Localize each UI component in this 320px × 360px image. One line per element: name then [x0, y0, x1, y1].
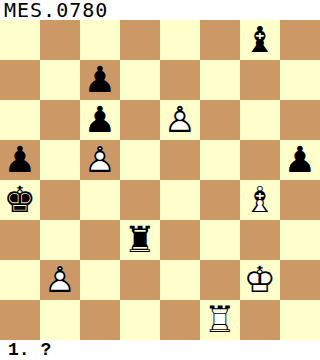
piece-black-pawn: ♟: [0, 140, 40, 180]
square-d3[interactable]: ♜: [120, 220, 160, 260]
square-g2[interactable]: ♚♔: [240, 260, 280, 300]
square-h5[interactable]: ♟: [280, 140, 320, 180]
square-a2[interactable]: [0, 260, 40, 300]
square-a5[interactable]: ♟: [0, 140, 40, 180]
piece-black-bishop: ♝: [240, 20, 280, 60]
square-g5[interactable]: [240, 140, 280, 180]
square-b5[interactable]: [40, 140, 80, 180]
square-d7[interactable]: [120, 60, 160, 100]
square-f5[interactable]: [200, 140, 240, 180]
square-h8[interactable]: [280, 20, 320, 60]
square-b8[interactable]: [40, 20, 80, 60]
square-f8[interactable]: [200, 20, 240, 60]
square-h2[interactable]: [280, 260, 320, 300]
square-b3[interactable]: [40, 220, 80, 260]
square-a6[interactable]: [0, 100, 40, 140]
square-d6[interactable]: [120, 100, 160, 140]
piece-white-pawn: ♙: [160, 100, 200, 140]
square-g8[interactable]: ♝: [240, 20, 280, 60]
square-c7[interactable]: ♟: [80, 60, 120, 100]
piece-fill: ♟: [40, 260, 80, 300]
square-d5[interactable]: [120, 140, 160, 180]
square-b1[interactable]: [40, 300, 80, 340]
square-a3[interactable]: [0, 220, 40, 260]
square-c2[interactable]: [80, 260, 120, 300]
square-a7[interactable]: [0, 60, 40, 100]
piece-black-pawn: ♟: [80, 100, 120, 140]
square-g6[interactable]: [240, 100, 280, 140]
square-a1[interactable]: [0, 300, 40, 340]
square-h4[interactable]: [280, 180, 320, 220]
square-g7[interactable]: [240, 60, 280, 100]
square-c6[interactable]: ♟: [80, 100, 120, 140]
piece-black-pawn: ♟: [280, 140, 320, 180]
square-c1[interactable]: [80, 300, 120, 340]
square-e6[interactable]: ♟♙: [160, 100, 200, 140]
piece-fill: ♟: [160, 100, 200, 140]
square-f1[interactable]: ♜♖: [200, 300, 240, 340]
square-g3[interactable]: [240, 220, 280, 260]
square-e3[interactable]: [160, 220, 200, 260]
square-d1[interactable]: [120, 300, 160, 340]
piece-white-king: ♔: [240, 260, 280, 300]
square-f4[interactable]: [200, 180, 240, 220]
square-c5[interactable]: ♟♙: [80, 140, 120, 180]
square-f7[interactable]: [200, 60, 240, 100]
piece-fill: ♚: [240, 260, 280, 300]
square-b7[interactable]: [40, 60, 80, 100]
square-h1[interactable]: [280, 300, 320, 340]
chess-board: ♝♟♟♟♙♟♟♙♟♚♝♗♜♟♙♚♔♜♖: [0, 20, 320, 340]
square-f2[interactable]: [200, 260, 240, 300]
square-b6[interactable]: [40, 100, 80, 140]
square-f3[interactable]: [200, 220, 240, 260]
square-e2[interactable]: [160, 260, 200, 300]
square-e5[interactable]: [160, 140, 200, 180]
square-h6[interactable]: [280, 100, 320, 140]
square-g1[interactable]: [240, 300, 280, 340]
piece-fill: ♝: [240, 180, 280, 220]
diagram-title: MES.0780: [4, 0, 108, 20]
piece-fill: ♜: [200, 300, 240, 340]
square-h3[interactable]: [280, 220, 320, 260]
square-c8[interactable]: [80, 20, 120, 60]
piece-black-rook: ♜: [120, 220, 160, 260]
piece-white-rook: ♖: [200, 300, 240, 340]
piece-white-bishop: ♗: [240, 180, 280, 220]
piece-white-pawn: ♙: [80, 140, 120, 180]
square-e7[interactable]: [160, 60, 200, 100]
square-b2[interactable]: ♟♙: [40, 260, 80, 300]
move-prompt: 1. ?: [8, 340, 51, 360]
square-d4[interactable]: [120, 180, 160, 220]
square-d8[interactable]: [120, 20, 160, 60]
square-e8[interactable]: [160, 20, 200, 60]
square-b4[interactable]: [40, 180, 80, 220]
square-e4[interactable]: [160, 180, 200, 220]
square-a4[interactable]: ♚: [0, 180, 40, 220]
square-g4[interactable]: ♝♗: [240, 180, 280, 220]
square-c3[interactable]: [80, 220, 120, 260]
piece-fill: ♟: [80, 140, 120, 180]
piece-black-king: ♚: [0, 180, 40, 220]
piece-white-pawn: ♙: [40, 260, 80, 300]
square-f6[interactable]: [200, 100, 240, 140]
square-e1[interactable]: [160, 300, 200, 340]
piece-black-pawn: ♟: [80, 60, 120, 100]
square-a8[interactable]: [0, 20, 40, 60]
square-h7[interactable]: [280, 60, 320, 100]
square-d2[interactable]: [120, 260, 160, 300]
square-c4[interactable]: [80, 180, 120, 220]
